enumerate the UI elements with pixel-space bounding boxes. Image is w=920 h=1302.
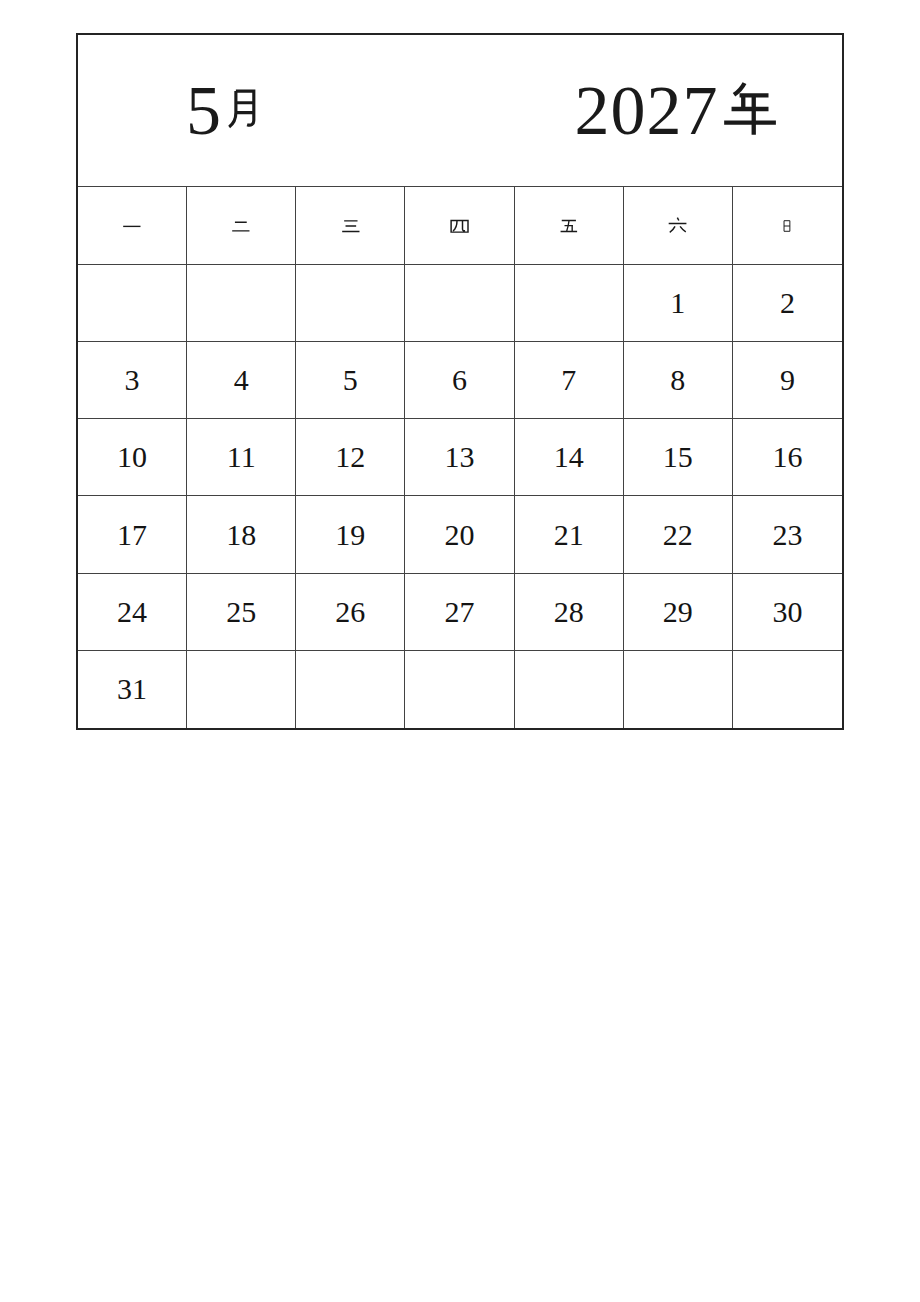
weekday-header-1 [78,187,187,265]
cjk-glyph [222,74,267,144]
day-cell-27: 27 [405,574,514,651]
weekday-header-3 [296,187,405,265]
day-cell-18: 18 [187,496,296,573]
weekday-header-6 [624,187,733,265]
day-cell-7: 7 [515,342,624,419]
day-cell-24: 24 [78,574,187,651]
cjk-glyph [341,214,361,238]
day-cell-6: 6 [405,342,514,419]
cjk-glyph [780,214,794,238]
day-cell-3: 3 [78,342,187,419]
calendar-title-row: 5 2027 [78,35,842,187]
calendar-page: 5 2027 123456789101112131415161718192021… [0,0,920,1302]
day-cell-empty [187,265,296,342]
day-cell-19: 19 [296,496,405,573]
weekday-header-2 [187,187,296,265]
day-cell-10: 10 [78,419,187,496]
cjk-glyph [718,74,780,144]
day-cell-29: 29 [624,574,733,651]
cjk-glyph [449,214,470,238]
day-cell-17: 17 [78,496,187,573]
day-cell-empty [296,265,405,342]
day-cell-31: 31 [78,651,187,728]
day-cell-empty [624,651,733,728]
day-cell-5: 5 [296,342,405,419]
day-cell-28: 28 [515,574,624,651]
day-cell-30: 30 [733,574,842,651]
day-cell-26: 26 [296,574,405,651]
day-cell-empty [187,651,296,728]
day-cell-empty [733,651,842,728]
day-cell-16: 16 [733,419,842,496]
day-cell-15: 15 [624,419,733,496]
day-cell-1: 1 [624,265,733,342]
day-cell-empty [515,265,624,342]
cjk-glyph [122,214,142,238]
cjk-glyph [559,214,579,238]
day-cell-empty [78,265,187,342]
weekday-header-row [78,187,842,265]
day-cell-4: 4 [187,342,296,419]
day-cell-22: 22 [624,496,733,573]
day-cell-9: 9 [733,342,842,419]
day-cell-14: 14 [515,419,624,496]
day-cell-21: 21 [515,496,624,573]
cjk-glyph [231,214,251,238]
weekday-header-7 [733,187,842,265]
day-cell-23: 23 [733,496,842,573]
day-cell-8: 8 [624,342,733,419]
year-title: 2027 [574,74,780,146]
day-cell-13: 13 [405,419,514,496]
weekday-header-5 [515,187,624,265]
day-cell-25: 25 [187,574,296,651]
cjk-glyph [667,214,688,238]
day-cell-empty [296,651,405,728]
day-cell-empty [405,651,514,728]
day-cell-12: 12 [296,419,405,496]
day-cell-20: 20 [405,496,514,573]
month-title: 5 [186,74,267,146]
weekday-header-4 [405,187,514,265]
day-cell-11: 11 [187,419,296,496]
day-cell-empty [405,265,514,342]
day-cell-empty [515,651,624,728]
day-cell-2: 2 [733,265,842,342]
calendar-days-grid: 1234567891011121314151617181920212223242… [78,265,842,728]
calendar-table: 5 2027 123456789101112131415161718192021… [76,33,844,730]
